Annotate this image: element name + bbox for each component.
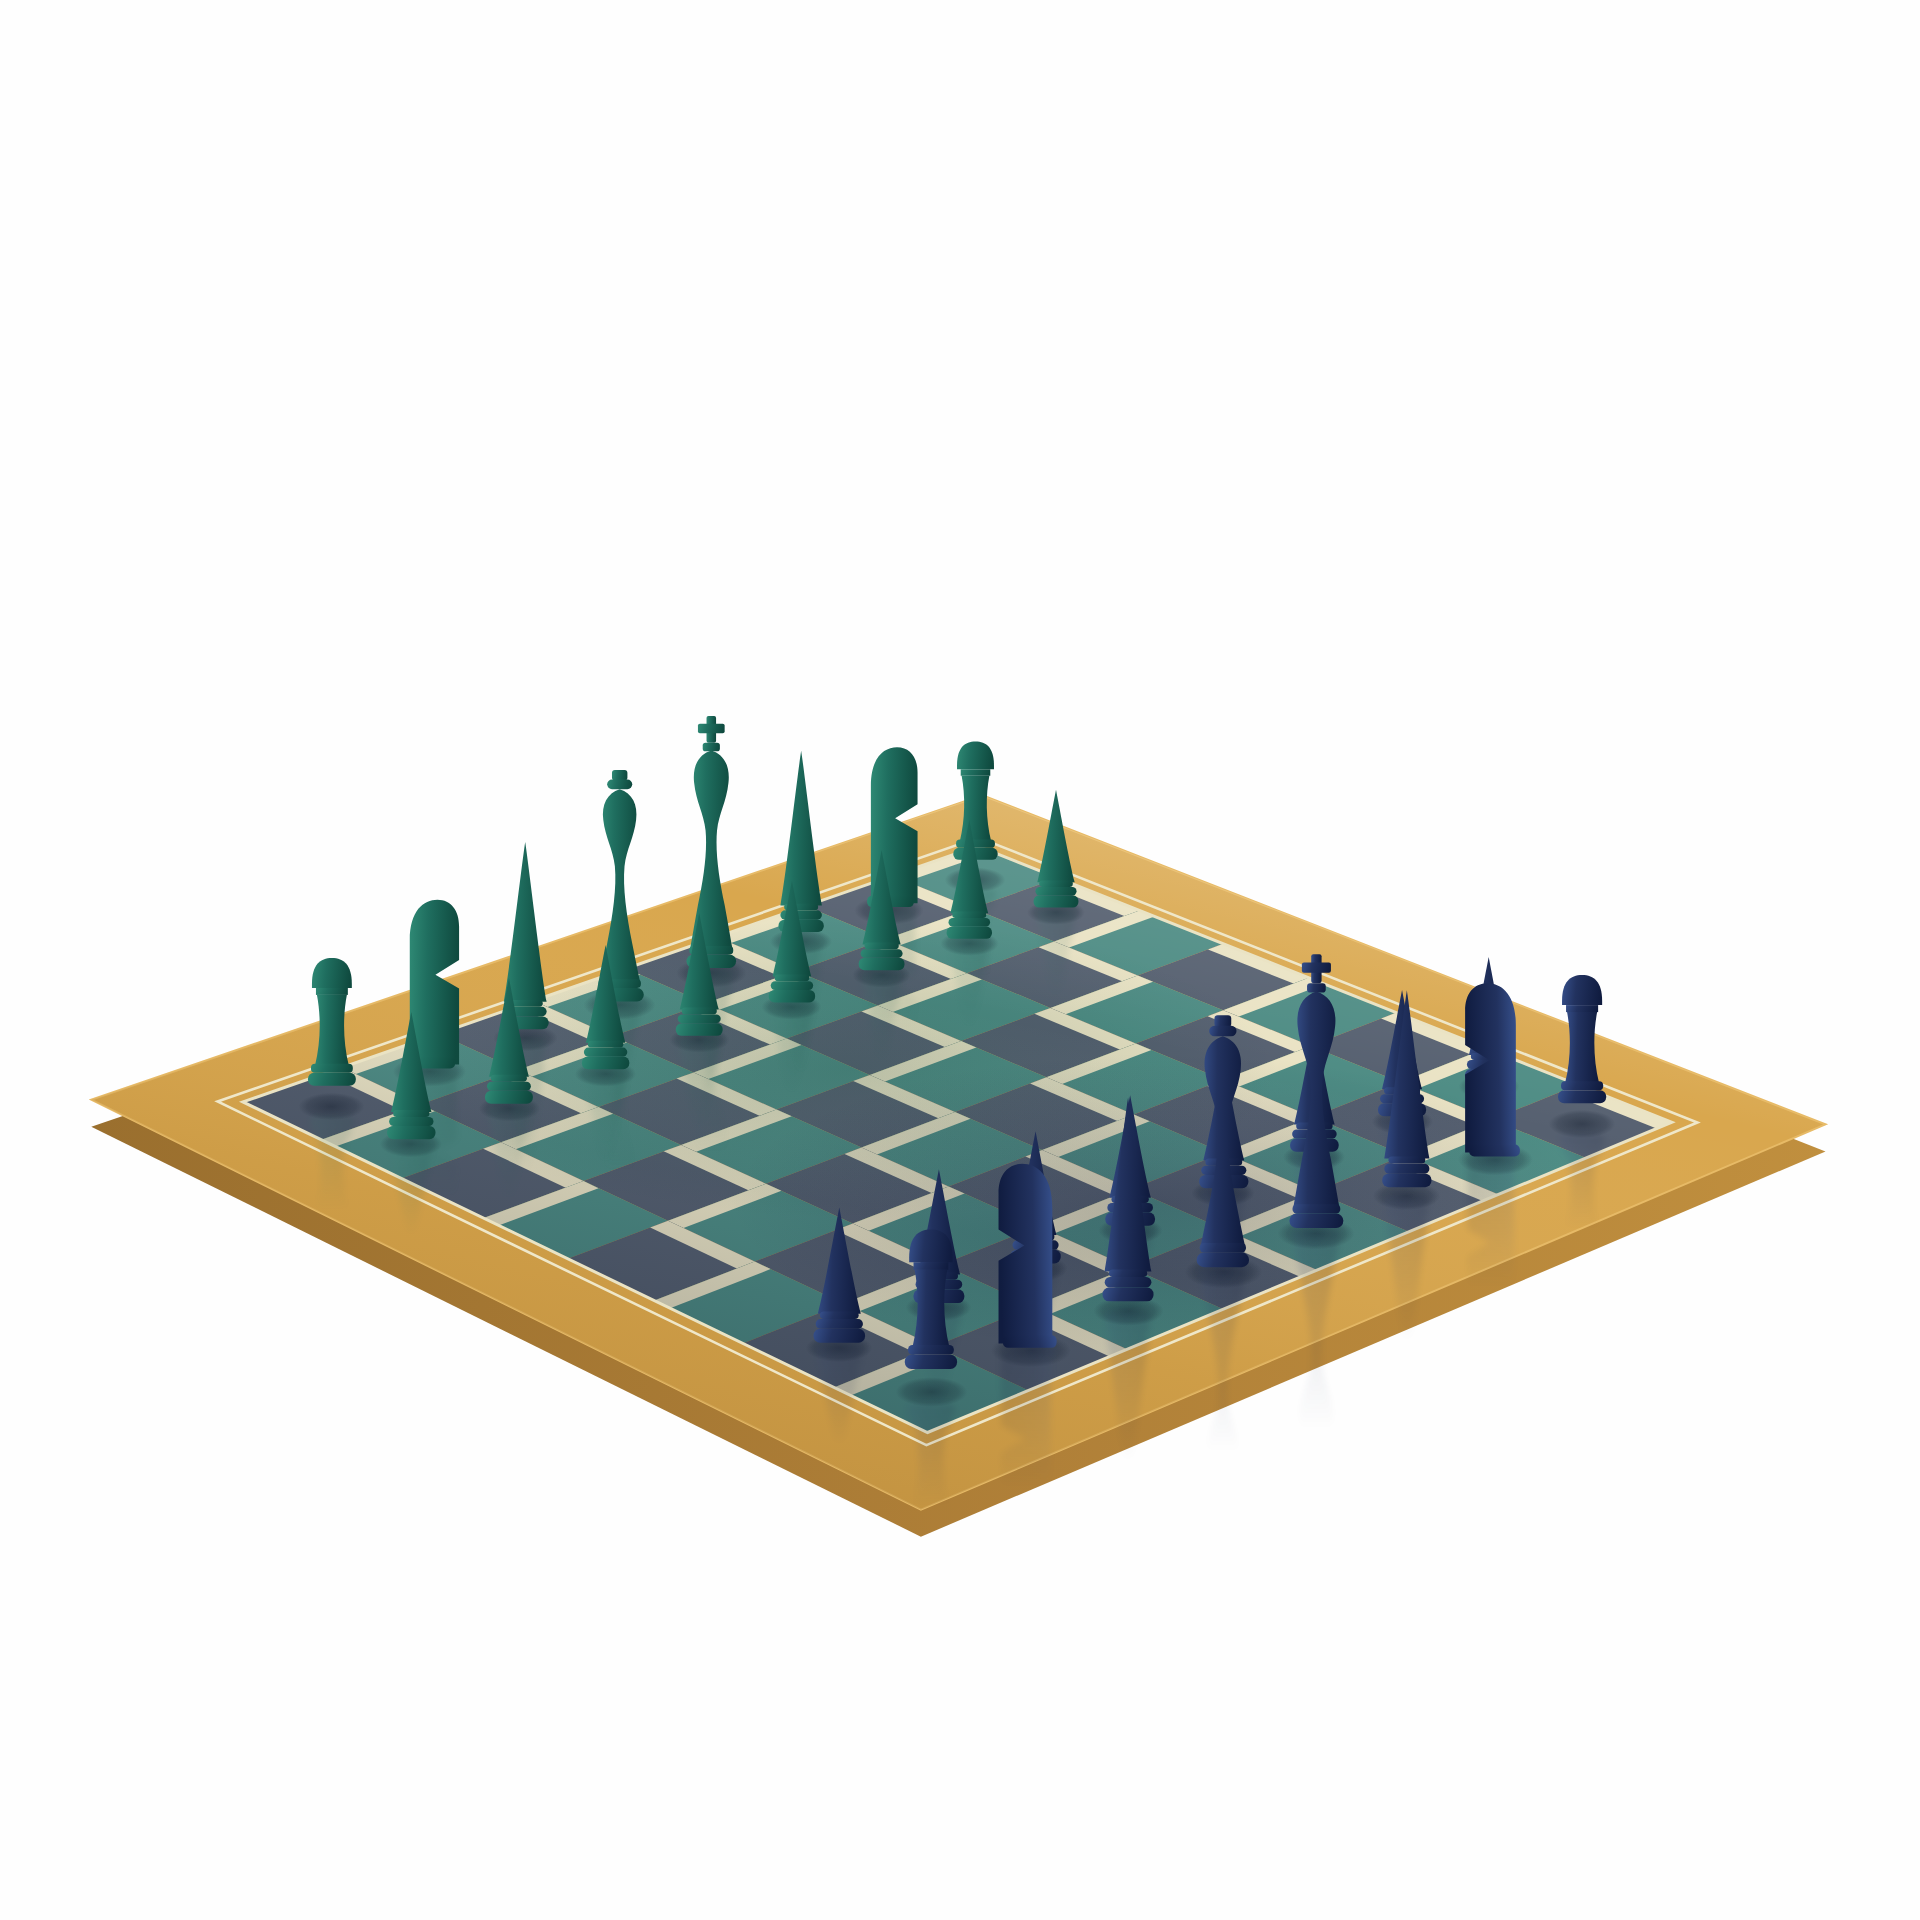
piece-navy-knight-b8[interactable] [991, 1152, 1071, 1348]
piece-green-pawn-d2[interactable] [669, 909, 730, 1038]
piece-green-pawn-h2[interactable] [1027, 786, 1085, 909]
piece-navy-bishop-c8[interactable] [1093, 1093, 1163, 1308]
piece-navy-queen-d8[interactable] [1184, 1012, 1262, 1268]
pieces-layer [0, 0, 1920, 1920]
piece-green-pawn-c2[interactable] [575, 941, 636, 1071]
piece-green-pawn-b2[interactable] [478, 974, 540, 1106]
piece-green-pawn-e2[interactable] [762, 877, 822, 1004]
piece-navy-pawn-a7[interactable] [806, 1203, 873, 1345]
piece-green-rook-a1[interactable] [299, 952, 365, 1104]
piece-navy-knight-g8[interactable] [1458, 972, 1533, 1157]
piece-navy-rook-h8[interactable] [1549, 969, 1615, 1121]
piece-navy-bishop-f8[interactable] [1373, 986, 1441, 1193]
piece-navy-king-e8[interactable] [1278, 952, 1355, 1230]
piece-green-pawn-a2[interactable] [380, 1008, 443, 1141]
piece-green-pawn-f2[interactable] [852, 846, 911, 972]
piece-green-pawn-g2[interactable] [940, 816, 999, 941]
product-photo-scene [0, 0, 1920, 1920]
piece-navy-rook-a8[interactable] [895, 1223, 967, 1389]
